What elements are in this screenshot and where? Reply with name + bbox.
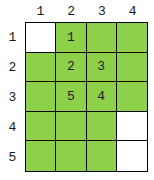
cell-r1c3[interactable] bbox=[87, 23, 117, 53]
column-label-2: 2 bbox=[67, 4, 75, 19]
cell-r3c3[interactable]: 4 bbox=[87, 82, 117, 112]
row-label-1: 1 bbox=[9, 30, 17, 45]
cell-r2c1[interactable] bbox=[26, 53, 56, 83]
cell-r1c4[interactable] bbox=[117, 23, 147, 53]
cell-r5c4[interactable] bbox=[117, 141, 147, 171]
cell-r4c2[interactable] bbox=[56, 112, 86, 142]
column-label-3: 3 bbox=[98, 4, 106, 19]
cell-r2c4[interactable] bbox=[117, 53, 147, 83]
cell-r4c3[interactable] bbox=[87, 112, 117, 142]
cell-r3c1[interactable] bbox=[26, 82, 56, 112]
row-label-2: 2 bbox=[9, 60, 17, 75]
cell-r2c2[interactable]: 2 bbox=[56, 53, 86, 83]
row-labels: 1 2 3 4 5 bbox=[0, 22, 25, 172]
column-label-4: 4 bbox=[129, 4, 137, 19]
cell-r2c3[interactable]: 3 bbox=[87, 53, 117, 83]
row-label-5: 5 bbox=[9, 150, 17, 165]
column-labels: 1 2 3 4 bbox=[25, 0, 148, 22]
cell-r5c3[interactable] bbox=[87, 141, 117, 171]
cell-r3c2[interactable]: 5 bbox=[56, 82, 86, 112]
cell-r1c1[interactable] bbox=[26, 23, 56, 53]
row-label-3: 3 bbox=[9, 90, 17, 105]
cell-r5c2[interactable] bbox=[56, 141, 86, 171]
cell-r4c4[interactable] bbox=[117, 112, 147, 142]
puzzle-grid: 1 2 3 5 4 bbox=[25, 22, 148, 172]
cell-r3c4[interactable] bbox=[117, 82, 147, 112]
cell-r1c2[interactable]: 1 bbox=[56, 23, 86, 53]
cell-r4c1[interactable] bbox=[26, 112, 56, 142]
cell-r5c1[interactable] bbox=[26, 141, 56, 171]
column-label-1: 1 bbox=[36, 4, 44, 19]
row-label-4: 4 bbox=[9, 120, 17, 135]
